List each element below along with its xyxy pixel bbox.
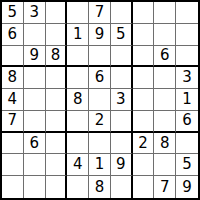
given-digit-r4c9[interactable]: 3 bbox=[176, 67, 198, 89]
cell-r9c1[interactable] bbox=[2, 176, 24, 198]
given-digit-r3c8[interactable]: 6 bbox=[154, 46, 176, 68]
given-digit-r1c2[interactable]: 3 bbox=[24, 2, 46, 24]
given-digit-r8c9[interactable]: 5 bbox=[176, 154, 198, 176]
cell-r1c8[interactable] bbox=[154, 2, 176, 24]
cell-r3c9[interactable] bbox=[176, 46, 198, 68]
given-digit-r7c7[interactable]: 2 bbox=[133, 133, 155, 155]
cell-r8c7[interactable] bbox=[133, 154, 155, 176]
cell-r4c6[interactable] bbox=[111, 67, 133, 89]
cell-r1c3[interactable] bbox=[46, 2, 68, 24]
given-digit-r7c8[interactable]: 8 bbox=[154, 133, 176, 155]
cell-r6c3[interactable] bbox=[46, 111, 68, 133]
cell-r1c6[interactable] bbox=[111, 2, 133, 24]
cell-r4c7[interactable] bbox=[133, 67, 155, 89]
given-digit-r2c1[interactable]: 6 bbox=[2, 24, 24, 46]
cell-r2c9[interactable] bbox=[176, 24, 198, 46]
cell-r7c5[interactable] bbox=[89, 133, 111, 155]
given-digit-r5c9[interactable]: 1 bbox=[176, 89, 198, 111]
given-digit-r2c6[interactable]: 5 bbox=[111, 24, 133, 46]
cell-r5c3[interactable] bbox=[46, 89, 68, 111]
cell-r3c1[interactable] bbox=[2, 46, 24, 68]
given-digit-r7c2[interactable]: 6 bbox=[24, 133, 46, 155]
given-digit-r6c9[interactable]: 6 bbox=[176, 111, 198, 133]
cell-r9c6[interactable] bbox=[111, 176, 133, 198]
cell-r2c8[interactable] bbox=[154, 24, 176, 46]
given-digit-r2c5[interactable]: 9 bbox=[89, 24, 111, 46]
given-digit-r4c1[interactable]: 8 bbox=[2, 67, 24, 89]
cell-r3c5[interactable] bbox=[89, 46, 111, 68]
sudoku-board: 537619598686348317266284195879 bbox=[0, 0, 200, 200]
cell-r8c3[interactable] bbox=[46, 154, 68, 176]
cell-r7c3[interactable] bbox=[46, 133, 68, 155]
cell-r4c3[interactable] bbox=[46, 67, 68, 89]
cell-r4c8[interactable] bbox=[154, 67, 176, 89]
given-digit-r6c5[interactable]: 2 bbox=[89, 111, 111, 133]
cell-r5c5[interactable] bbox=[89, 89, 111, 111]
cell-r8c8[interactable] bbox=[154, 154, 176, 176]
cell-r8c2[interactable] bbox=[24, 154, 46, 176]
cell-r1c9[interactable] bbox=[176, 2, 198, 24]
cell-r4c2[interactable] bbox=[24, 67, 46, 89]
cell-r9c7[interactable] bbox=[133, 176, 155, 198]
cell-r6c6[interactable] bbox=[111, 111, 133, 133]
cell-r5c7[interactable] bbox=[133, 89, 155, 111]
cell-r6c2[interactable] bbox=[24, 111, 46, 133]
cell-r9c3[interactable] bbox=[46, 176, 68, 198]
cell-r5c2[interactable] bbox=[24, 89, 46, 111]
cell-r6c8[interactable] bbox=[154, 111, 176, 133]
cell-r7c6[interactable] bbox=[111, 133, 133, 155]
given-digit-r1c1[interactable]: 5 bbox=[2, 2, 24, 24]
cell-r4c4[interactable] bbox=[67, 67, 89, 89]
given-digit-r8c5[interactable]: 1 bbox=[89, 154, 111, 176]
cell-r2c2[interactable] bbox=[24, 24, 46, 46]
given-digit-r3c3[interactable]: 8 bbox=[46, 46, 68, 68]
cell-r3c7[interactable] bbox=[133, 46, 155, 68]
given-digit-r6c1[interactable]: 7 bbox=[2, 111, 24, 133]
given-digit-r9c5[interactable]: 8 bbox=[89, 176, 111, 198]
given-digit-r2c4[interactable]: 1 bbox=[67, 24, 89, 46]
cell-r1c7[interactable] bbox=[133, 2, 155, 24]
given-digit-r4c5[interactable]: 6 bbox=[89, 67, 111, 89]
given-digit-r5c4[interactable]: 8 bbox=[67, 89, 89, 111]
cell-r6c7[interactable] bbox=[133, 111, 155, 133]
cell-r7c1[interactable] bbox=[2, 133, 24, 155]
cell-r2c3[interactable] bbox=[46, 24, 68, 46]
cell-r7c9[interactable] bbox=[176, 133, 198, 155]
cell-r8c1[interactable] bbox=[2, 154, 24, 176]
cell-r6c4[interactable] bbox=[67, 111, 89, 133]
cell-r3c4[interactable] bbox=[67, 46, 89, 68]
given-digit-r9c8[interactable]: 7 bbox=[154, 176, 176, 198]
cell-r3c6[interactable] bbox=[111, 46, 133, 68]
cell-r9c2[interactable] bbox=[24, 176, 46, 198]
given-digit-r5c6[interactable]: 3 bbox=[111, 89, 133, 111]
cell-r1c4[interactable] bbox=[67, 2, 89, 24]
cell-r5c8[interactable] bbox=[154, 89, 176, 111]
given-digit-r3c2[interactable]: 9 bbox=[24, 46, 46, 68]
given-digit-r8c6[interactable]: 9 bbox=[111, 154, 133, 176]
given-digit-r1c5[interactable]: 7 bbox=[89, 2, 111, 24]
cell-r2c7[interactable] bbox=[133, 24, 155, 46]
given-digit-r8c4[interactable]: 4 bbox=[67, 154, 89, 176]
given-digit-r9c9[interactable]: 9 bbox=[176, 176, 198, 198]
cell-r9c4[interactable] bbox=[67, 176, 89, 198]
given-digit-r5c1[interactable]: 4 bbox=[2, 89, 24, 111]
cell-r7c4[interactable] bbox=[67, 133, 89, 155]
